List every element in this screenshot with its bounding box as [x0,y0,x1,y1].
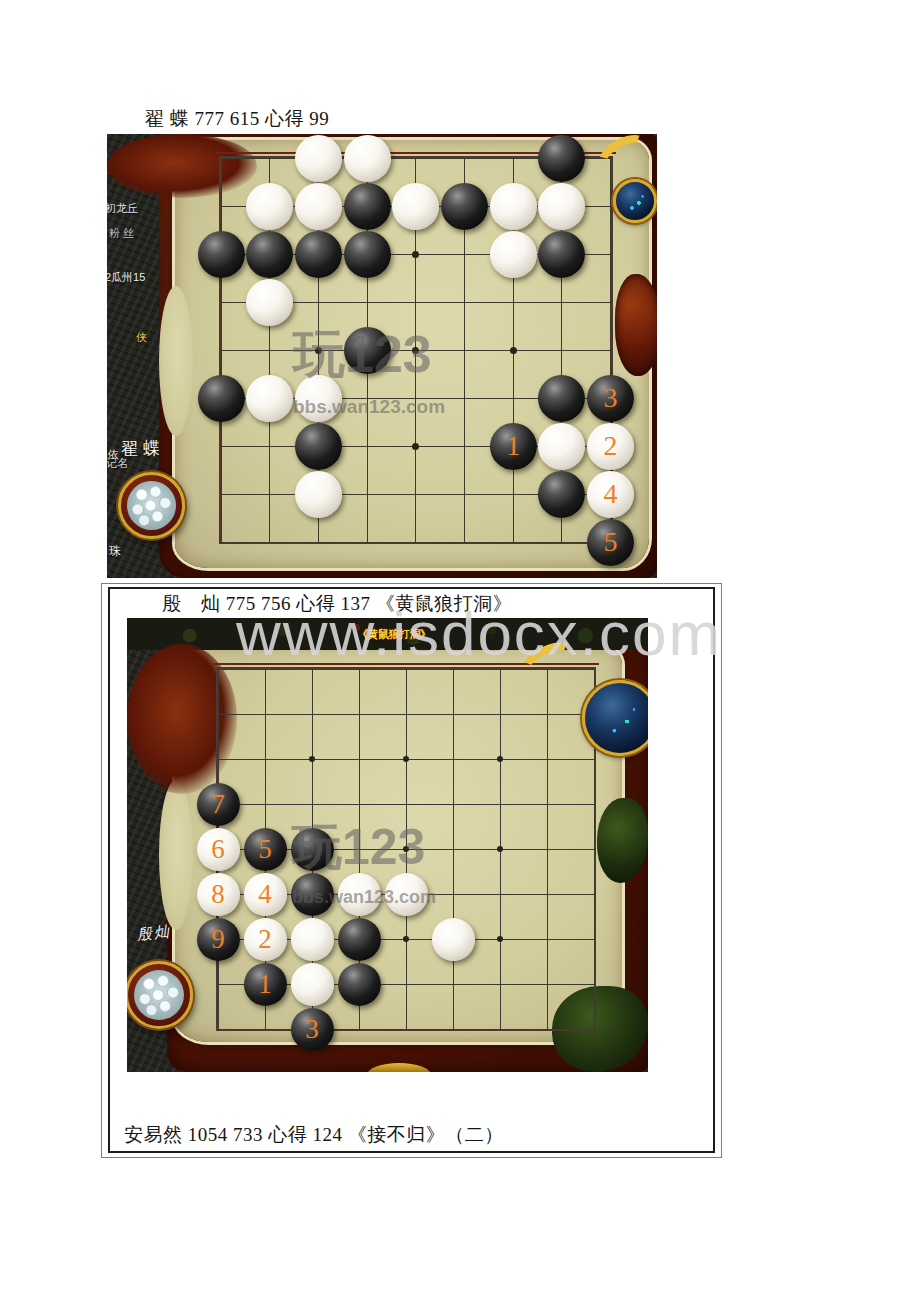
hud-overlay-layer: 初龙丘粉 丝2瓜州15侠依依翟 蝶记名珠 [107,134,657,578]
go-app-screenshot-1: 31245 玩123 bbs.wan123.com 初龙丘粉 丝2瓜州15侠依依… [107,134,657,578]
caption-board3: 安易然 1054 733 心得 124 《接不归》（二） [124,1122,504,1148]
caption-board2: 殷 灿 775 756 心得 137 《黄鼠狼打洞》 [162,591,512,617]
hud-text: 侠 [136,330,147,345]
document-page: 翟 蝶 777 615 心得 99 31245 玩123 bbs.wan123.… [0,0,920,1302]
hud-text: 记名 [107,456,128,471]
hud-text: 珠 [109,543,121,560]
hud-text: 粉 丝 [109,226,134,241]
section-border-inner [108,587,715,1153]
hud-text: 初龙丘 [107,201,138,216]
caption-board1: 翟 蝶 777 615 心得 99 [145,106,329,132]
hud-text: 2瓜州15 [107,270,145,285]
